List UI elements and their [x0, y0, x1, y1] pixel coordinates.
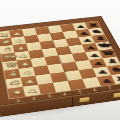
- chess-board[interactable]: 12345678 ♜♞♝♛♚♝♞♜♟♟♟♟♟♟♟♟♟♟♟♟♟♟♟♟♜♞♝♛♚♝♞…: [0, 16, 120, 106]
- piece-black-pawn-g7[interactable]: ♟: [76, 31, 91, 34]
- product-photo-scene: 12345678 ♜♞♝♛♚♝♞♜♟♟♟♟♟♟♟♟♟♟♟♟♟♟♟♟♜♞♝♛♚♝♞…: [0, 0, 120, 120]
- fold-seam: [72, 97, 73, 107]
- piece-black-pawn-h7[interactable]: ♟: [73, 25, 88, 28]
- piece-white-bishop-f1[interactable]: ♝: [0, 46, 16, 51]
- piece-white-rook-h1[interactable]: ♜: [0, 33, 12, 37]
- piece-white-knight-g1[interactable]: ♞: [0, 39, 14, 44]
- piece-layer: ♜♞♝♛♚♝♞♜♟♟♟♟♟♟♟♟♟♟♟♟♟♟♟♟♜♞♝♛♚♝♞♜: [0, 16, 101, 28]
- piece-black-pawn-e7[interactable]: ♟: [83, 46, 99, 50]
- piece-black-pawn-f7[interactable]: ♟: [80, 38, 96, 42]
- brass-hinge: [113, 92, 120, 98]
- brass-hinge: [80, 97, 90, 103]
